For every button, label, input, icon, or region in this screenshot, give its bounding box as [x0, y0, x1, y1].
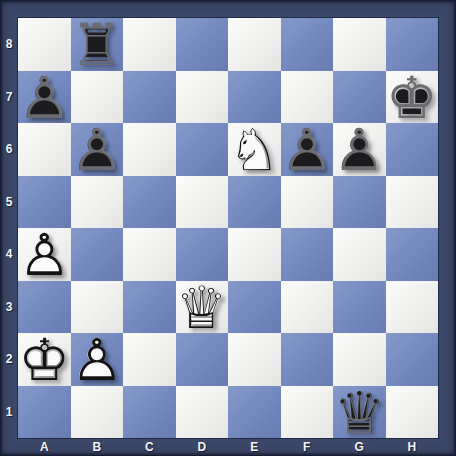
white-king-outline-icon: ♔: [18, 334, 71, 387]
square-f7[interactable]: [281, 71, 334, 124]
square-b3[interactable]: [71, 281, 124, 334]
rank-label-4: 4: [0, 228, 18, 281]
file-label-f: F: [281, 438, 334, 456]
square-a1[interactable]: [18, 386, 71, 439]
square-e6[interactable]: ♞♘: [228, 123, 281, 176]
file-label-b: B: [71, 438, 124, 456]
file-label-h: H: [386, 438, 439, 456]
black-pawn-outline-icon: ♙: [71, 124, 124, 177]
rank-label-2: 2: [0, 333, 18, 386]
piece-white-pawn[interactable]: ♟♙: [18, 228, 71, 281]
piece-black-king[interactable]: ♚♔: [386, 71, 439, 124]
square-c2[interactable]: [123, 333, 176, 386]
piece-black-pawn[interactable]: ♟♙: [71, 123, 124, 176]
black-pawn-outline-icon: ♙: [333, 124, 386, 177]
square-d4[interactable]: [176, 228, 229, 281]
piece-black-pawn[interactable]: ♟♙: [281, 123, 334, 176]
square-h4[interactable]: [386, 228, 439, 281]
chess-board-frame: 87654321 ABCDEFGH ♜♖♟♙♚♔♟♙♞♘♟♙♟♙♟♙♛♕♚♔♟♙…: [0, 0, 456, 456]
square-c3[interactable]: [123, 281, 176, 334]
square-g8[interactable]: [333, 18, 386, 71]
square-d3[interactable]: ♛♕: [176, 281, 229, 334]
black-king-outline-icon: ♔: [386, 72, 439, 125]
square-a2[interactable]: ♚♔: [18, 333, 71, 386]
square-b4[interactable]: [71, 228, 124, 281]
square-e4[interactable]: [228, 228, 281, 281]
square-a6[interactable]: [18, 123, 71, 176]
square-f4[interactable]: [281, 228, 334, 281]
square-c8[interactable]: [123, 18, 176, 71]
square-a3[interactable]: [18, 281, 71, 334]
piece-white-pawn[interactable]: ♟♙: [71, 333, 124, 386]
piece-white-queen[interactable]: ♛♕: [176, 281, 229, 334]
square-g1[interactable]: ♛♕: [333, 386, 386, 439]
file-label-d: D: [176, 438, 229, 456]
square-e5[interactable]: [228, 176, 281, 229]
square-c4[interactable]: [123, 228, 176, 281]
piece-black-rook[interactable]: ♜♖: [71, 18, 124, 71]
square-h7[interactable]: ♚♔: [386, 71, 439, 124]
square-d7[interactable]: [176, 71, 229, 124]
square-b6[interactable]: ♟♙: [71, 123, 124, 176]
white-pawn-outline-icon: ♙: [71, 334, 124, 387]
black-pawn-outline-icon: ♙: [281, 124, 334, 177]
rank-label-8: 8: [0, 18, 18, 71]
square-e8[interactable]: [228, 18, 281, 71]
white-knight-outline-icon: ♘: [228, 124, 281, 177]
file-label-e: E: [228, 438, 281, 456]
square-a4[interactable]: ♟♙: [18, 228, 71, 281]
square-a7[interactable]: ♟♙: [18, 71, 71, 124]
piece-black-queen[interactable]: ♛♕: [333, 386, 386, 439]
square-e3[interactable]: [228, 281, 281, 334]
square-f2[interactable]: [281, 333, 334, 386]
square-b5[interactable]: [71, 176, 124, 229]
square-g7[interactable]: [333, 71, 386, 124]
square-g3[interactable]: [333, 281, 386, 334]
square-f1[interactable]: [281, 386, 334, 439]
square-h1[interactable]: [386, 386, 439, 439]
square-b8[interactable]: ♜♖: [71, 18, 124, 71]
board: ♜♖♟♙♚♔♟♙♞♘♟♙♟♙♟♙♛♕♚♔♟♙♛♕: [18, 18, 438, 438]
square-d8[interactable]: [176, 18, 229, 71]
square-f8[interactable]: [281, 18, 334, 71]
rank-label-3: 3: [0, 281, 18, 334]
square-h2[interactable]: [386, 333, 439, 386]
white-pawn-outline-icon: ♙: [18, 229, 71, 282]
square-a8[interactable]: [18, 18, 71, 71]
piece-white-knight[interactable]: ♞♘: [228, 123, 281, 176]
rank-label-1: 1: [0, 386, 18, 439]
square-d1[interactable]: [176, 386, 229, 439]
square-c6[interactable]: [123, 123, 176, 176]
square-e2[interactable]: [228, 333, 281, 386]
square-d5[interactable]: [176, 176, 229, 229]
file-label-c: C: [123, 438, 176, 456]
square-g4[interactable]: [333, 228, 386, 281]
square-c5[interactable]: [123, 176, 176, 229]
square-a5[interactable]: [18, 176, 71, 229]
square-c7[interactable]: [123, 71, 176, 124]
square-e1[interactable]: [228, 386, 281, 439]
square-h8[interactable]: [386, 18, 439, 71]
rank-label-6: 6: [0, 123, 18, 176]
square-h3[interactable]: [386, 281, 439, 334]
square-g2[interactable]: [333, 333, 386, 386]
square-e7[interactable]: [228, 71, 281, 124]
square-d6[interactable]: [176, 123, 229, 176]
file-label-a: A: [18, 438, 71, 456]
black-queen-outline-icon: ♕: [333, 387, 386, 440]
square-b1[interactable]: [71, 386, 124, 439]
square-d2[interactable]: [176, 333, 229, 386]
piece-white-king[interactable]: ♚♔: [18, 333, 71, 386]
square-f3[interactable]: [281, 281, 334, 334]
black-rook-outline-icon: ♖: [71, 19, 124, 72]
rank-label-7: 7: [0, 71, 18, 124]
rank-label-5: 5: [0, 176, 18, 229]
square-h6[interactable]: [386, 123, 439, 176]
white-queen-outline-icon: ♕: [176, 282, 229, 335]
black-pawn-outline-icon: ♙: [18, 72, 71, 125]
square-f6[interactable]: ♟♙: [281, 123, 334, 176]
piece-black-pawn[interactable]: ♟♙: [18, 71, 71, 124]
square-f5[interactable]: [281, 176, 334, 229]
piece-black-pawn[interactable]: ♟♙: [333, 123, 386, 176]
square-b2[interactable]: ♟♙: [71, 333, 124, 386]
square-g5[interactable]: [333, 176, 386, 229]
square-h5[interactable]: [386, 176, 439, 229]
square-c1[interactable]: [123, 386, 176, 439]
square-g6[interactable]: ♟♙: [333, 123, 386, 176]
square-b7[interactable]: [71, 71, 124, 124]
